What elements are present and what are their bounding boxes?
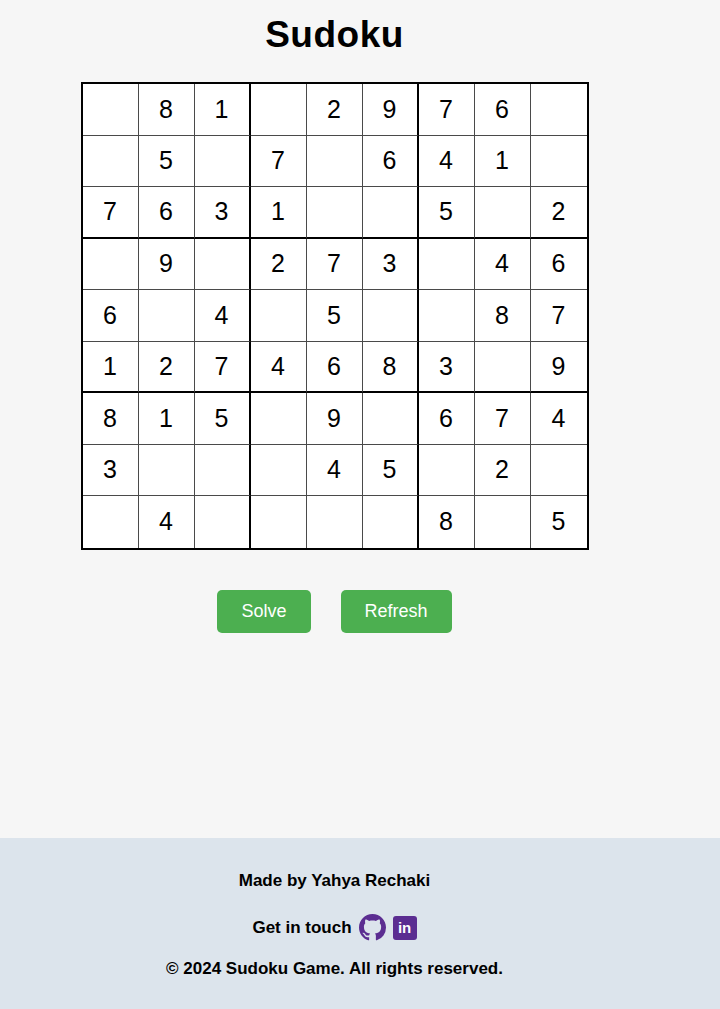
sudoku-cell-r6c4[interactable]: 4	[251, 342, 307, 394]
main-content: Sudoku 812976576417631529273466458712746…	[0, 0, 720, 838]
sudoku-cell-r1c6[interactable]: 9	[363, 84, 419, 136]
sudoku-cell-r2c4[interactable]: 7	[251, 136, 307, 188]
sudoku-cell-r7c7[interactable]: 6	[419, 393, 475, 445]
sudoku-cell-r1c2[interactable]: 8	[139, 84, 195, 136]
sudoku-cell-r3c8[interactable]	[475, 187, 531, 239]
sudoku-cell-r5c1[interactable]: 6	[83, 290, 139, 342]
sudoku-cell-r7c5[interactable]: 9	[307, 393, 363, 445]
sudoku-cell-r6c2[interactable]: 2	[139, 342, 195, 394]
sudoku-cell-r6c9[interactable]: 9	[531, 342, 587, 394]
sudoku-cell-r7c4[interactable]	[251, 393, 307, 445]
sudoku-cell-r8c5[interactable]: 4	[307, 445, 363, 497]
get-in-touch-row: Get in touch in	[0, 914, 669, 941]
sudoku-cell-r3c2[interactable]: 6	[139, 187, 195, 239]
sudoku-cell-r1c4[interactable]	[251, 84, 307, 136]
footer: Made by Yahya Rechaki Get in touch in © …	[0, 838, 720, 1009]
page-title: Sudoku	[0, 14, 669, 56]
copyright-text: © 2024 Sudoku Game. All rights reserved.	[0, 959, 669, 979]
sudoku-cell-r4c6[interactable]: 3	[363, 239, 419, 291]
sudoku-cell-r3c3[interactable]: 3	[195, 187, 251, 239]
sudoku-cell-r7c1[interactable]: 8	[83, 393, 139, 445]
sudoku-cell-r3c7[interactable]: 5	[419, 187, 475, 239]
sudoku-cell-r4c5[interactable]: 7	[307, 239, 363, 291]
sudoku-cell-r1c9[interactable]	[531, 84, 587, 136]
sudoku-cell-r4c3[interactable]	[195, 239, 251, 291]
sudoku-cell-r3c9[interactable]: 2	[531, 187, 587, 239]
sudoku-cell-r2c3[interactable]	[195, 136, 251, 188]
sudoku-cell-r8c8[interactable]: 2	[475, 445, 531, 497]
controls: Solve Refresh	[0, 590, 669, 633]
sudoku-cell-r9c1[interactable]	[83, 496, 139, 548]
sudoku-cell-r3c1[interactable]: 7	[83, 187, 139, 239]
sudoku-cell-r4c7[interactable]	[419, 239, 475, 291]
sudoku-cell-r6c6[interactable]: 8	[363, 342, 419, 394]
sudoku-cell-r8c4[interactable]	[251, 445, 307, 497]
sudoku-cell-r4c2[interactable]: 9	[139, 239, 195, 291]
sudoku-cell-r2c7[interactable]: 4	[419, 136, 475, 188]
sudoku-cell-r1c8[interactable]: 6	[475, 84, 531, 136]
sudoku-cell-r6c8[interactable]	[475, 342, 531, 394]
refresh-button[interactable]: Refresh	[341, 590, 452, 633]
sudoku-cell-r9c6[interactable]	[363, 496, 419, 548]
made-by-text: Made by Yahya Rechaki	[0, 871, 669, 891]
sudoku-cell-r9c3[interactable]	[195, 496, 251, 548]
sudoku-cell-r7c9[interactable]: 4	[531, 393, 587, 445]
sudoku-cell-r2c1[interactable]	[83, 136, 139, 188]
sudoku-cell-r5c9[interactable]: 7	[531, 290, 587, 342]
sudoku-cell-r2c8[interactable]: 1	[475, 136, 531, 188]
sudoku-cell-r3c5[interactable]	[307, 187, 363, 239]
sudoku-cell-r8c7[interactable]	[419, 445, 475, 497]
sudoku-cell-r5c3[interactable]: 4	[195, 290, 251, 342]
sudoku-cell-r6c3[interactable]: 7	[195, 342, 251, 394]
sudoku-cell-r5c7[interactable]	[419, 290, 475, 342]
sudoku-cell-r9c2[interactable]: 4	[139, 496, 195, 548]
sudoku-cell-r9c9[interactable]: 5	[531, 496, 587, 548]
github-icon[interactable]	[359, 914, 386, 941]
sudoku-cell-r8c3[interactable]	[195, 445, 251, 497]
sudoku-cell-r7c2[interactable]: 1	[139, 393, 195, 445]
sudoku-cell-r9c7[interactable]: 8	[419, 496, 475, 548]
sudoku-cell-r3c4[interactable]: 1	[251, 187, 307, 239]
sudoku-cell-r5c5[interactable]: 5	[307, 290, 363, 342]
sudoku-cell-r9c4[interactable]	[251, 496, 307, 548]
sudoku-cell-r9c8[interactable]	[475, 496, 531, 548]
sudoku-cell-r7c3[interactable]: 5	[195, 393, 251, 445]
sudoku-cell-r5c6[interactable]	[363, 290, 419, 342]
sudoku-cell-r6c5[interactable]: 6	[307, 342, 363, 394]
sudoku-cell-r3c6[interactable]	[363, 187, 419, 239]
sudoku-cell-r7c6[interactable]	[363, 393, 419, 445]
sudoku-cell-r8c9[interactable]	[531, 445, 587, 497]
sudoku-cell-r4c1[interactable]	[83, 239, 139, 291]
linkedin-icon[interactable]: in	[393, 916, 417, 940]
sudoku-cell-r2c5[interactable]	[307, 136, 363, 188]
sudoku-cell-r1c5[interactable]: 2	[307, 84, 363, 136]
sudoku-cell-r4c8[interactable]: 4	[475, 239, 531, 291]
sudoku-cell-r1c3[interactable]: 1	[195, 84, 251, 136]
sudoku-cell-r9c5[interactable]	[307, 496, 363, 548]
sudoku-cell-r8c6[interactable]: 5	[363, 445, 419, 497]
sudoku-cell-r1c1[interactable]	[83, 84, 139, 136]
sudoku-cell-r8c2[interactable]	[139, 445, 195, 497]
sudoku-cell-r5c2[interactable]	[139, 290, 195, 342]
sudoku-cell-r6c1[interactable]: 1	[83, 342, 139, 394]
sudoku-cell-r1c7[interactable]: 7	[419, 84, 475, 136]
sudoku-cell-r2c9[interactable]	[531, 136, 587, 188]
solve-button[interactable]: Solve	[217, 590, 310, 633]
sudoku-cell-r4c4[interactable]: 2	[251, 239, 307, 291]
sudoku-cell-r8c1[interactable]: 3	[83, 445, 139, 497]
page: Sudoku 812976576417631529273466458712746…	[0, 0, 720, 1009]
sudoku-cell-r5c8[interactable]: 8	[475, 290, 531, 342]
sudoku-cell-r6c7[interactable]: 3	[419, 342, 475, 394]
get-in-touch-text: Get in touch	[252, 918, 351, 938]
sudoku-board: 8129765764176315292734664587127468398159…	[81, 82, 589, 550]
sudoku-cell-r4c9[interactable]: 6	[531, 239, 587, 291]
sudoku-cell-r5c4[interactable]	[251, 290, 307, 342]
board-wrapper: 8129765764176315292734664587127468398159…	[0, 82, 669, 550]
sudoku-cell-r2c6[interactable]: 6	[363, 136, 419, 188]
sudoku-cell-r2c2[interactable]: 5	[139, 136, 195, 188]
sudoku-cell-r7c8[interactable]: 7	[475, 393, 531, 445]
